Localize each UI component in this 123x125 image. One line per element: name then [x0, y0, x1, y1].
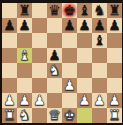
square-e1[interactable]: ♚ [62, 108, 77, 123]
piece-white-king[interactable]: ♚ [62, 108, 77, 123]
square-a4[interactable] [2, 63, 17, 78]
square-a5[interactable] [2, 48, 17, 63]
square-b2[interactable]: ♟ [17, 93, 32, 108]
square-b6[interactable] [17, 33, 32, 48]
square-f2[interactable]: ♟ [77, 93, 92, 108]
square-h7[interactable]: ♟ [107, 18, 122, 33]
piece-black-king[interactable]: ♚ [62, 3, 77, 18]
square-c7[interactable] [32, 18, 47, 33]
square-d2[interactable] [47, 93, 62, 108]
square-c8[interactable] [32, 3, 47, 18]
square-d5[interactable]: ♟ [47, 48, 62, 63]
piece-white-pawn[interactable]: ♟ [92, 93, 107, 108]
square-b8[interactable]: ♜ [17, 3, 32, 18]
square-h4[interactable] [107, 63, 122, 78]
square-f5[interactable] [77, 48, 92, 63]
square-a8[interactable] [2, 3, 17, 18]
piece-white-pawn[interactable]: ♟ [32, 93, 47, 108]
square-c4[interactable] [32, 63, 47, 78]
piece-black-pawn[interactable]: ♟ [62, 18, 77, 33]
square-f8[interactable]: ♝ [77, 3, 92, 18]
square-b7[interactable]: ♟ [17, 18, 32, 33]
square-e2[interactable] [62, 93, 77, 108]
square-c1[interactable] [32, 108, 47, 123]
square-f7[interactable]: ♟ [77, 18, 92, 33]
square-c3[interactable] [32, 78, 47, 93]
square-e6[interactable] [62, 33, 77, 48]
square-b4[interactable] [17, 63, 32, 78]
square-a3[interactable] [2, 78, 17, 93]
square-g8[interactable]: ♞ [92, 3, 107, 18]
piece-black-bishop[interactable]: ♝ [77, 3, 92, 18]
piece-black-pawn[interactable]: ♟ [47, 48, 62, 63]
square-h5[interactable] [107, 48, 122, 63]
piece-black-pawn[interactable]: ♟ [77, 18, 92, 33]
square-h6[interactable] [107, 33, 122, 48]
square-h8[interactable]: ♜ [107, 3, 122, 18]
square-g2[interactable]: ♟ [92, 93, 107, 108]
piece-white-pawn[interactable]: ♟ [77, 93, 92, 108]
piece-black-pawn[interactable]: ♟ [92, 18, 107, 33]
piece-black-bishop[interactable]: ♝ [92, 33, 107, 48]
square-e7[interactable]: ♟ [62, 18, 77, 33]
square-c2[interactable]: ♟ [32, 93, 47, 108]
square-g4[interactable] [92, 63, 107, 78]
square-a1[interactable]: ♜ [2, 108, 17, 123]
square-b1[interactable]: ♞ [17, 108, 32, 123]
square-d8[interactable]: ♛ [47, 3, 62, 18]
piece-black-pawn[interactable]: ♟ [2, 18, 17, 33]
square-d6[interactable] [47, 33, 62, 48]
piece-white-pawn[interactable]: ♟ [2, 93, 17, 108]
piece-white-pawn[interactable]: ♟ [62, 78, 77, 93]
square-g5[interactable] [92, 48, 107, 63]
piece-white-pawn[interactable]: ♟ [107, 93, 122, 108]
square-g7[interactable]: ♟ [92, 18, 107, 33]
square-g3[interactable] [92, 78, 107, 93]
piece-white-pawn[interactable]: ♟ [17, 93, 32, 108]
square-e5[interactable] [62, 48, 77, 63]
square-d3[interactable] [47, 78, 62, 93]
square-e8[interactable]: ♚ [62, 3, 77, 18]
piece-black-rook[interactable]: ♜ [107, 3, 122, 18]
square-d4[interactable]: ♞ [47, 63, 62, 78]
piece-white-knight[interactable]: ♞ [17, 108, 32, 123]
piece-white-bishop[interactable]: ♝ [17, 48, 32, 63]
square-a2[interactable]: ♟ [2, 93, 17, 108]
piece-white-rook[interactable]: ♜ [107, 108, 122, 123]
square-a6[interactable] [2, 33, 17, 48]
square-h2[interactable]: ♟ [107, 93, 122, 108]
square-d7[interactable] [47, 18, 62, 33]
piece-black-pawn[interactable]: ♟ [17, 18, 32, 33]
piece-white-rook[interactable]: ♜ [2, 108, 17, 123]
square-b3[interactable] [17, 78, 32, 93]
square-h1[interactable]: ♜ [107, 108, 122, 123]
piece-black-queen[interactable]: ♛ [47, 3, 62, 18]
piece-white-queen[interactable]: ♛ [47, 108, 62, 123]
square-h3[interactable] [107, 78, 122, 93]
square-b5[interactable]: ♝ [17, 48, 32, 63]
square-g1[interactable] [92, 108, 107, 123]
square-g6[interactable]: ♝ [92, 33, 107, 48]
square-e4[interactable] [62, 63, 77, 78]
square-d1[interactable]: ♛ [47, 108, 62, 123]
square-f4[interactable] [77, 63, 92, 78]
piece-black-pawn[interactable]: ♟ [107, 18, 122, 33]
square-f3[interactable] [77, 78, 92, 93]
square-e3[interactable]: ♟ [62, 78, 77, 93]
square-f6[interactable] [77, 33, 92, 48]
piece-black-rook[interactable]: ♜ [17, 3, 32, 18]
chess-board: ♜♛♚♝♞♜♟♟♟♟♟♟♝♝♟♞♟♟♟♟♟♟♟♜♞♛♚♜ [2, 3, 122, 123]
square-f1[interactable] [77, 108, 92, 123]
square-c5[interactable] [32, 48, 47, 63]
square-c6[interactable] [32, 33, 47, 48]
board-frame: ♜♛♚♝♞♜♟♟♟♟♟♟♝♝♟♞♟♟♟♟♟♟♟♜♞♛♚♜ [0, 0, 123, 125]
piece-white-knight[interactable]: ♞ [47, 63, 62, 78]
square-a7[interactable]: ♟ [2, 18, 17, 33]
piece-black-knight[interactable]: ♞ [92, 3, 107, 18]
